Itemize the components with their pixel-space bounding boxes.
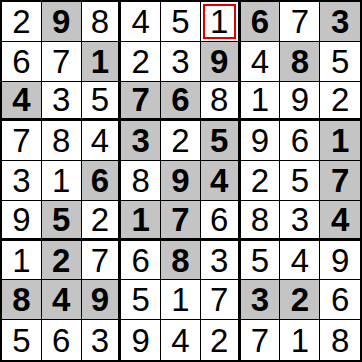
cell-digit: 6 — [210, 203, 228, 236]
cell-digit: 9 — [331, 244, 349, 277]
cell-digit: 3 — [210, 244, 228, 277]
cell-digit: 5 — [251, 244, 269, 277]
cell-digit: 4 — [132, 5, 150, 38]
cell-digit: 3 — [291, 203, 309, 236]
cell-digit: 8 — [91, 5, 109, 38]
sudoku-cell-r7c1[interactable]: 1 — [2, 241, 42, 281]
sudoku-cell-r3c2[interactable]: 3 — [42, 82, 82, 122]
sudoku-cell-r3c8[interactable]: 9 — [280, 82, 320, 122]
cell-digit: 1 — [12, 244, 30, 277]
cell-digit: 6 — [331, 283, 349, 316]
sudoku-cell-r9c1[interactable]: 5 — [2, 320, 42, 360]
cell-digit: 2 — [132, 45, 150, 78]
cell-digit: 9 — [251, 124, 269, 157]
sudoku-cell-r9c3[interactable]: 3 — [82, 320, 122, 360]
sudoku-cell-r6c2[interactable]: 5 — [42, 201, 82, 241]
cell-digit: 5 — [210, 124, 228, 157]
cell-digit: 2 — [12, 5, 30, 38]
sudoku-cell-r8c5[interactable]: 1 — [161, 280, 201, 320]
cell-digit: 1 — [291, 324, 309, 357]
cell-digit: 7 — [52, 45, 70, 78]
cell-digit: 6 — [132, 244, 150, 277]
sudoku-cell-r8c7[interactable]: 3 — [241, 280, 281, 320]
cell-digit: 3 — [12, 164, 30, 197]
cell-digit: 1 — [251, 83, 269, 116]
cell-digit: 1 — [132, 203, 150, 236]
cell-digit: 3 — [251, 283, 269, 316]
cell-digit: 2 — [331, 83, 349, 116]
cell-digit: 8 — [251, 203, 269, 236]
cell-digit: 3 — [91, 324, 109, 357]
sudoku-cell-r4c1[interactable]: 7 — [2, 121, 42, 161]
cell-digit: 4 — [331, 203, 349, 236]
cell-digit: 8 — [52, 124, 70, 157]
sudoku-cell-r5c6[interactable]: 4 — [201, 161, 241, 201]
cell-digit: 5 — [91, 83, 109, 116]
sudoku-cell-r8c9[interactable]: 6 — [320, 280, 360, 320]
cell-digit: 4 — [52, 283, 70, 316]
sudoku-cell-r8c3[interactable]: 9 — [82, 280, 122, 320]
sudoku-cell-r7c8[interactable]: 4 — [280, 241, 320, 281]
sudoku-cell-r7c7[interactable]: 5 — [241, 241, 281, 281]
sudoku-cell-r1c7[interactable]: 6 — [241, 2, 281, 42]
sudoku-cell-r3c3[interactable]: 5 — [82, 82, 122, 122]
sudoku-cell-r1c1[interactable]: 2 — [2, 2, 42, 42]
cell-digit: 8 — [12, 283, 30, 316]
sudoku-cell-r1c2[interactable]: 9 — [42, 2, 82, 42]
sudoku-cell-r6c1[interactable]: 9 — [2, 201, 42, 241]
cell-digit: 8 — [291, 45, 309, 78]
sudoku-cell-r6c8[interactable]: 3 — [280, 201, 320, 241]
sudoku-cell-r5c4[interactable]: 8 — [121, 161, 161, 201]
sudoku-cell-r8c4[interactable]: 5 — [121, 280, 161, 320]
cell-digit: 6 — [251, 5, 269, 38]
cell-digit: 7 — [91, 244, 109, 277]
sudoku-cell-r3c9[interactable]: 2 — [320, 82, 360, 122]
cell-digit: 5 — [331, 45, 349, 78]
cell-digit: 8 — [210, 83, 228, 116]
sudoku-cell-r2c3[interactable]: 1 — [82, 42, 122, 82]
sudoku-cell-r2c9[interactable]: 5 — [320, 42, 360, 82]
cell-digit: 2 — [210, 324, 228, 357]
sudoku-cell-r1c4[interactable]: 4 — [121, 2, 161, 42]
sudoku-cell-r4c8[interactable]: 6 — [280, 121, 320, 161]
sudoku-cell-r9c7[interactable]: 7 — [241, 320, 281, 360]
sudoku-cell-r4c9[interactable]: 1 — [320, 121, 360, 161]
cell-digit: 1 — [171, 283, 189, 316]
sudoku-cell-r9c2[interactable]: 6 — [42, 320, 82, 360]
sudoku-cell-r1c9[interactable]: 3 — [320, 2, 360, 42]
sudoku-cell-r2c7[interactable]: 4 — [241, 42, 281, 82]
cell-digit: 3 — [331, 5, 349, 38]
cell-digit: 4 — [91, 124, 109, 157]
cell-digit: 6 — [291, 124, 309, 157]
sudoku-cell-r5c5[interactable]: 9 — [161, 161, 201, 201]
cell-digit: 3 — [171, 45, 189, 78]
sudoku-cell-r4c6[interactable]: 5 — [201, 121, 241, 161]
sudoku-cell-r6c4[interactable]: 1 — [121, 201, 161, 241]
cell-digit: 5 — [12, 324, 30, 357]
cell-digit: 6 — [12, 45, 30, 78]
sudoku-cell-r5c1[interactable]: 3 — [2, 161, 42, 201]
cell-digit: 9 — [12, 203, 30, 236]
sudoku-cell-r6c7[interactable]: 8 — [241, 201, 281, 241]
cell-digit: 4 — [291, 244, 309, 277]
sudoku-cell-r2c2[interactable]: 7 — [42, 42, 82, 82]
sudoku-cell-r7c2[interactable]: 2 — [42, 241, 82, 281]
cell-digit: 8 — [171, 244, 189, 277]
sudoku-cell-r7c3[interactable]: 7 — [82, 241, 122, 281]
sudoku-cell-r5c8[interactable]: 5 — [280, 161, 320, 201]
sudoku-cell-r9c9[interactable]: 8 — [320, 320, 360, 360]
sudoku-board: 2984516736712394854357681927843259613168… — [0, 0, 362, 362]
sudoku-cell-r8c1[interactable]: 8 — [2, 280, 42, 320]
cell-digit: 7 — [12, 124, 30, 157]
cell-digit: 5 — [171, 5, 189, 38]
sudoku-cell-r4c4[interactable]: 3 — [121, 121, 161, 161]
sudoku-cell-r1c5[interactable]: 5 — [161, 2, 201, 42]
sudoku-cell-r2c6[interactable]: 9 — [201, 42, 241, 82]
sudoku-cell-r7c5[interactable]: 8 — [161, 241, 201, 281]
sudoku-cell-r3c7[interactable]: 1 — [241, 82, 281, 122]
cell-digit: 4 — [210, 164, 228, 197]
cell-digit: 4 — [12, 83, 30, 116]
sudoku-cell-r7c4[interactable]: 6 — [121, 241, 161, 281]
cell-digit: 1 — [210, 5, 228, 38]
cell-digit: 2 — [52, 244, 70, 277]
sudoku-cell-r8c2[interactable]: 4 — [42, 280, 82, 320]
sudoku-cell-r3c6[interactable]: 8 — [201, 82, 241, 122]
sudoku-cell-r5c9[interactable]: 7 — [320, 161, 360, 201]
cell-digit: 8 — [132, 164, 150, 197]
cell-digit: 1 — [331, 124, 349, 157]
cell-digit: 4 — [171, 324, 189, 357]
cell-digit: 7 — [210, 283, 228, 316]
cell-digit: 7 — [132, 83, 150, 116]
cell-digit: 6 — [52, 324, 70, 357]
cell-digit: 5 — [132, 283, 150, 316]
sudoku-cell-r9c6[interactable]: 2 — [201, 320, 241, 360]
cell-digit: 7 — [251, 324, 269, 357]
cell-digit: 3 — [52, 83, 70, 116]
sudoku-cell-r8c6[interactable]: 7 — [201, 280, 241, 320]
sudoku-cell-r7c9[interactable]: 9 — [320, 241, 360, 281]
sudoku-cell-r9c5[interactable]: 4 — [161, 320, 201, 360]
cell-digit: 9 — [52, 5, 70, 38]
sudoku-cell-r3c4[interactable]: 7 — [121, 82, 161, 122]
cell-digit: 7 — [331, 164, 349, 197]
cell-digit: 4 — [251, 45, 269, 78]
sudoku-cell-r5c7[interactable]: 2 — [241, 161, 281, 201]
sudoku-cell-r6c9[interactable]: 4 — [320, 201, 360, 241]
cell-digit: 5 — [52, 203, 70, 236]
sudoku-cell-r9c4[interactable]: 9 — [121, 320, 161, 360]
sudoku-cell-r7c6[interactable]: 3 — [201, 241, 241, 281]
sudoku-cell-r6c5[interactable]: 7 — [161, 201, 201, 241]
sudoku-cell-r1c3[interactable]: 8 — [82, 2, 122, 42]
sudoku-cell-r1c8[interactable]: 7 — [280, 2, 320, 42]
cell-digit: 5 — [291, 164, 309, 197]
cell-digit: 2 — [291, 283, 309, 316]
sudoku-cell-r5c2[interactable]: 1 — [42, 161, 82, 201]
cell-digit: 2 — [251, 164, 269, 197]
sudoku-cell-r3c5[interactable]: 6 — [161, 82, 201, 122]
sudoku-cell-r2c4[interactable]: 2 — [121, 42, 161, 82]
cell-digit: 9 — [91, 283, 109, 316]
sudoku-cell-r4c2[interactable]: 8 — [42, 121, 82, 161]
sudoku-cell-r1c6[interactable]: 1 — [201, 2, 241, 42]
sudoku-cell-r6c3[interactable]: 2 — [82, 201, 122, 241]
cell-digit: 3 — [132, 124, 150, 157]
cell-digit: 9 — [132, 324, 150, 357]
cell-digit: 7 — [171, 203, 189, 236]
sudoku-cell-r4c3[interactable]: 4 — [82, 121, 122, 161]
cell-digit: 2 — [91, 203, 109, 236]
cell-digit: 9 — [291, 83, 309, 116]
cell-digit: 8 — [331, 324, 349, 357]
cell-digit: 6 — [171, 83, 189, 116]
cell-digit: 9 — [171, 164, 189, 197]
cell-digit: 7 — [291, 5, 309, 38]
sudoku-cell-r5c3[interactable]: 6 — [82, 161, 122, 201]
sudoku-cell-r9c8[interactable]: 1 — [280, 320, 320, 360]
cell-digit: 9 — [210, 45, 228, 78]
cell-digit: 2 — [171, 124, 189, 157]
sudoku-cell-r2c1[interactable]: 6 — [2, 42, 42, 82]
cell-digit: 1 — [91, 45, 109, 78]
sudoku-cell-r4c5[interactable]: 2 — [161, 121, 201, 161]
cell-digit: 1 — [52, 164, 70, 197]
sudoku-cell-r2c8[interactable]: 8 — [280, 42, 320, 82]
sudoku-cell-r3c1[interactable]: 4 — [2, 82, 42, 122]
sudoku-cell-r4c7[interactable]: 9 — [241, 121, 281, 161]
cell-digit: 6 — [91, 164, 109, 197]
sudoku-cell-r6c6[interactable]: 6 — [201, 201, 241, 241]
sudoku-cell-r2c5[interactable]: 3 — [161, 42, 201, 82]
sudoku-cell-r8c8[interactable]: 2 — [280, 280, 320, 320]
